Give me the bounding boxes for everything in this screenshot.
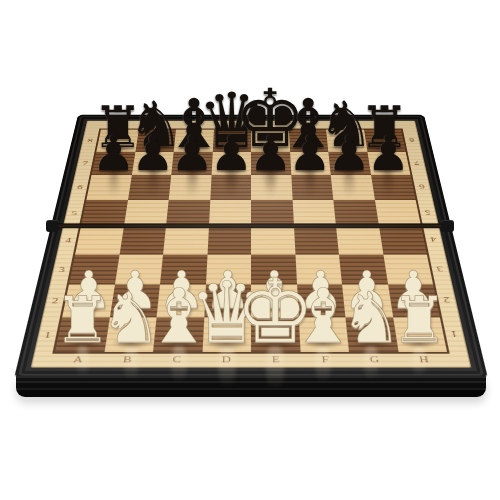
hinge-latch-right: [441, 220, 454, 232]
square-f4[interactable]: [294, 226, 339, 254]
square-g5[interactable]: [333, 200, 378, 226]
file-label-bottom-H: H: [398, 354, 449, 364]
rank-label-right-2: 2: [438, 296, 456, 305]
square-b5[interactable]: [124, 200, 169, 226]
photo-background: 8877665544332211AABBCCDDEEFFGGHH ♜♞♝♛♚♝♞…: [0, 0, 500, 500]
square-g8[interactable]: [326, 130, 367, 152]
rank-label-left-6: 6: [72, 183, 88, 190]
square-d7[interactable]: [211, 151, 251, 174]
square-g2[interactable]: [342, 285, 393, 317]
square-c3[interactable]: [160, 254, 207, 284]
square-f6[interactable]: [291, 175, 333, 200]
square-h4[interactable]: [379, 226, 427, 254]
file-label-bottom-G: G: [349, 354, 400, 364]
square-d3[interactable]: [205, 254, 251, 284]
rank-label-left-4: 4: [60, 236, 77, 244]
hinge-seam: [51, 223, 452, 227]
file-label-top-B: B: [139, 122, 177, 128]
file-label-bottom-E: E: [251, 354, 301, 364]
square-c6[interactable]: [169, 175, 211, 200]
square-g6[interactable]: [331, 175, 375, 200]
square-h8[interactable]: [364, 130, 406, 152]
square-a6[interactable]: [86, 175, 131, 200]
rank-label-right-1: 1: [445, 329, 464, 339]
square-g7[interactable]: [328, 151, 370, 174]
square-d6[interactable]: [210, 175, 251, 200]
square-f7[interactable]: [290, 151, 331, 174]
square-b2[interactable]: [109, 285, 160, 317]
square-b6[interactable]: [128, 175, 172, 200]
square-a4[interactable]: [75, 226, 123, 254]
square-c8[interactable]: [174, 130, 214, 152]
rank-label-right-7: 7: [409, 160, 424, 167]
file-label-top-E: E: [251, 122, 288, 128]
chess-board: 8877665544332211AABBCCDDEEFFGGHH: [14, 115, 488, 379]
square-f2[interactable]: [297, 285, 346, 317]
board-frame-edge: [16, 376, 486, 397]
rank-label-left-2: 2: [46, 296, 64, 305]
square-h7[interactable]: [367, 151, 410, 174]
square-g4[interactable]: [336, 226, 383, 254]
file-label-top-H: H: [362, 122, 400, 128]
file-label-bottom-B: B: [102, 354, 153, 364]
square-c5[interactable]: [166, 200, 210, 226]
board-grid: [55, 130, 447, 352]
square-a8[interactable]: [96, 130, 138, 152]
rank-label-right-8: 8: [404, 137, 419, 143]
square-c7[interactable]: [171, 151, 212, 174]
file-label-top-C: C: [176, 122, 214, 128]
square-h2[interactable]: [388, 285, 440, 317]
file-label-top-G: G: [325, 122, 363, 128]
square-e1[interactable]: [251, 317, 300, 352]
file-label-bottom-D: D: [201, 354, 251, 364]
square-e3[interactable]: [251, 254, 297, 284]
square-h6[interactable]: [371, 175, 416, 200]
file-label-top-D: D: [214, 122, 251, 128]
square-f5[interactable]: [292, 200, 336, 226]
square-a3[interactable]: [69, 254, 119, 284]
file-label-bottom-F: F: [300, 354, 350, 364]
square-h3[interactable]: [383, 254, 433, 284]
square-e8[interactable]: [251, 130, 290, 152]
rank-label-left-5: 5: [66, 209, 82, 216]
square-e4[interactable]: [251, 226, 295, 254]
file-label-top-A: A: [101, 122, 139, 128]
square-a1[interactable]: [55, 317, 109, 352]
square-g3[interactable]: [339, 254, 388, 284]
square-b8[interactable]: [135, 130, 176, 152]
square-c2[interactable]: [157, 285, 206, 317]
rank-label-left-3: 3: [53, 265, 71, 274]
square-d4[interactable]: [207, 226, 251, 254]
square-e2[interactable]: [251, 285, 298, 317]
square-a5[interactable]: [81, 200, 128, 226]
square-h5[interactable]: [374, 200, 421, 226]
square-e5[interactable]: [251, 200, 294, 226]
square-e7[interactable]: [251, 151, 291, 174]
square-a2[interactable]: [62, 285, 114, 317]
square-d2[interactable]: [204, 285, 251, 317]
square-c1[interactable]: [153, 317, 204, 352]
square-g1[interactable]: [345, 317, 398, 352]
square-f3[interactable]: [295, 254, 342, 284]
square-b1[interactable]: [104, 317, 157, 352]
rank-label-left-8: 8: [83, 137, 98, 143]
square-a7[interactable]: [92, 151, 135, 174]
square-b4[interactable]: [119, 226, 166, 254]
rank-label-right-5: 5: [419, 209, 435, 216]
square-d1[interactable]: [202, 317, 251, 352]
square-d5[interactable]: [209, 200, 252, 226]
file-label-bottom-A: A: [52, 354, 103, 364]
hinge-latch-left: [46, 220, 59, 232]
file-label-bottom-C: C: [152, 354, 202, 364]
rank-label-right-4: 4: [425, 236, 442, 244]
square-f1[interactable]: [298, 317, 349, 352]
rank-label-left-7: 7: [78, 160, 93, 167]
rank-label-left-1: 1: [38, 329, 57, 339]
square-b7[interactable]: [131, 151, 173, 174]
square-f8[interactable]: [289, 130, 329, 152]
square-d8[interactable]: [212, 130, 251, 152]
rank-label-right-3: 3: [431, 265, 449, 274]
square-e6[interactable]: [251, 175, 292, 200]
square-h1[interactable]: [393, 317, 447, 352]
rank-label-right-6: 6: [414, 183, 430, 190]
square-c4[interactable]: [163, 226, 208, 254]
file-label-top-F: F: [288, 122, 326, 128]
square-b3[interactable]: [114, 254, 163, 284]
